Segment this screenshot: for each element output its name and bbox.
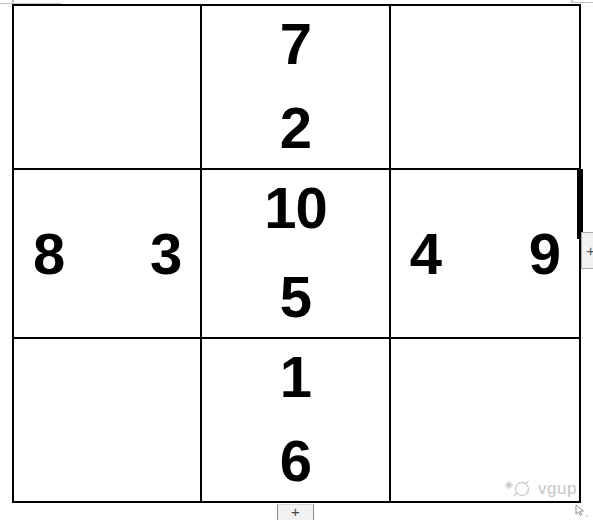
page: 7 2 8 3 10 5 4 9 1 6 + +: [0, 0, 593, 520]
number-8: 8: [33, 225, 64, 283]
number-7: 7: [280, 15, 311, 73]
cell-r0c1-top-middle[interactable]: 7 2: [202, 6, 390, 170]
add-column-button[interactable]: +: [581, 232, 593, 269]
number-5: 5: [280, 268, 311, 326]
number-6: 6: [280, 432, 311, 490]
table-handle-fragment-top-right: [571, 2, 593, 3]
number-2: 2: [280, 99, 311, 157]
cell-r2c1-bottom-middle[interactable]: 1 6: [202, 339, 390, 501]
number-1: 1: [280, 348, 311, 406]
plus-icon: +: [291, 505, 300, 519]
number-3: 3: [150, 225, 181, 283]
cell-r0c0-empty[interactable]: [14, 6, 202, 170]
table-handle-tick-top-right: [571, 0, 573, 3]
number-4: 4: [410, 225, 441, 283]
cell-r1c1-center[interactable]: 10 5: [202, 170, 390, 339]
cell-r1c2-middle-right[interactable]: 4 9: [391, 170, 579, 339]
number-9: 9: [529, 225, 560, 283]
text-caret: [577, 169, 583, 239]
cell-r2c2-empty[interactable]: [391, 339, 579, 501]
mouse-cursor-icon: [573, 503, 589, 519]
cell-r2c0-empty[interactable]: [14, 339, 202, 501]
plus-icon: +: [586, 243, 593, 258]
cell-r1c0-middle-left[interactable]: 8 3: [14, 170, 202, 339]
puzzle-grid: 7 2 8 3 10 5 4 9 1 6: [12, 4, 581, 503]
add-row-button[interactable]: +: [277, 504, 314, 520]
number-10: 10: [264, 179, 327, 237]
cell-r0c2-empty[interactable]: [391, 6, 579, 170]
